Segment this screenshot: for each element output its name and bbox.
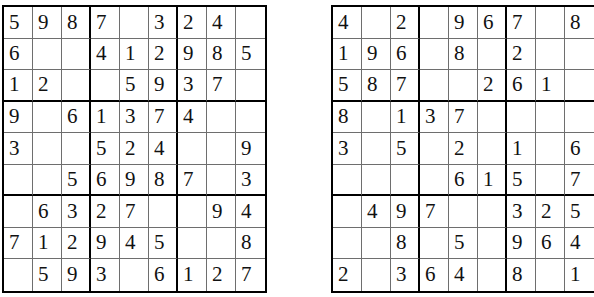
cell-r3c9[interactable] xyxy=(565,70,594,102)
cell-r3c7[interactable]: 6 xyxy=(507,70,536,102)
cell-r6c9[interactable]: 3 xyxy=(236,165,265,197)
cell-r8c4[interactable] xyxy=(420,228,449,260)
cell-r8c2[interactable] xyxy=(362,228,391,260)
cell-r6c2[interactable] xyxy=(362,165,391,197)
cell-r6c3[interactable]: 5 xyxy=(62,165,91,197)
cell-r6c3[interactable] xyxy=(391,165,420,197)
cell-r3c1[interactable]: 5 xyxy=(333,70,362,102)
cell-r2c7[interactable]: 2 xyxy=(507,39,536,71)
cell-r5c3[interactable] xyxy=(62,133,91,165)
cell-r7c7[interactable]: 3 xyxy=(507,196,536,228)
cell-r9c6[interactable]: 6 xyxy=(149,259,178,291)
cell-r9c2[interactable] xyxy=(362,259,391,291)
cell-r3c9[interactable] xyxy=(236,70,265,102)
cell-r9c6[interactable] xyxy=(478,259,507,291)
cell-r7c1[interactable] xyxy=(333,196,362,228)
cell-r5c2[interactable] xyxy=(362,133,391,165)
cell-r8c2[interactable]: 1 xyxy=(33,228,62,260)
cell-r4c3[interactable]: 6 xyxy=(62,102,91,134)
cell-r4c3[interactable]: 1 xyxy=(391,102,420,134)
cell-r5c1[interactable]: 3 xyxy=(333,133,362,165)
cell-r3c2[interactable]: 2 xyxy=(33,70,62,102)
cell-r1c2[interactable] xyxy=(362,7,391,39)
cell-r5c2[interactable] xyxy=(33,133,62,165)
cell-r2c4[interactable]: 4 xyxy=(91,39,120,71)
cell-r5c7[interactable] xyxy=(178,133,207,165)
cell-r4c2[interactable] xyxy=(33,102,62,134)
cell-r7c4[interactable]: 2 xyxy=(91,196,120,228)
cell-r9c4[interactable]: 3 xyxy=(91,259,120,291)
cell-r8c9[interactable]: 4 xyxy=(565,228,594,260)
boards-container: 5987324641298512593796137435249569873632… xyxy=(2,5,594,293)
cell-r8c1[interactable]: 7 xyxy=(4,228,33,260)
cell-r4c8[interactable] xyxy=(536,102,565,134)
cell-r8c7[interactable] xyxy=(178,228,207,260)
cell-r9c3[interactable]: 3 xyxy=(391,259,420,291)
cell-r1c8[interactable] xyxy=(536,7,565,39)
cell-r1c6[interactable]: 6 xyxy=(478,7,507,39)
cell-r8c6[interactable] xyxy=(478,228,507,260)
cell-r5c5[interactable]: 2 xyxy=(449,133,478,165)
cell-r9c2[interactable]: 5 xyxy=(33,259,62,291)
cell-r4c9[interactable] xyxy=(236,102,265,134)
cell-r3c3[interactable]: 7 xyxy=(391,70,420,102)
cell-r9c1[interactable]: 2 xyxy=(333,259,362,291)
cell-r8c7[interactable]: 9 xyxy=(507,228,536,260)
cell-r5c8[interactable] xyxy=(536,133,565,165)
cell-r3c7[interactable]: 3 xyxy=(178,70,207,102)
cell-r4c5[interactable]: 7 xyxy=(449,102,478,134)
cell-r6c1[interactable] xyxy=(4,165,33,197)
sudoku-board-right: 4296781968258726181373521661574973258596… xyxy=(331,5,594,293)
cell-r2c2[interactable]: 9 xyxy=(362,39,391,71)
cell-r1c4[interactable]: 7 xyxy=(91,7,120,39)
cell-r2c4[interactable] xyxy=(420,39,449,71)
cell-r9c5[interactable] xyxy=(120,259,149,291)
cell-r7c7[interactable] xyxy=(178,196,207,228)
cell-r5c6[interactable] xyxy=(478,133,507,165)
cell-r8c9[interactable]: 8 xyxy=(236,228,265,260)
cell-r1c4[interactable] xyxy=(420,7,449,39)
cell-r2c6[interactable] xyxy=(478,39,507,71)
cell-r2c3[interactable]: 6 xyxy=(391,39,420,71)
cell-r4c1[interactable]: 9 xyxy=(4,102,33,134)
cell-r4c6[interactable]: 7 xyxy=(149,102,178,134)
cell-r7c8[interactable]: 9 xyxy=(207,196,236,228)
cell-r7c3[interactable]: 3 xyxy=(62,196,91,228)
cell-r6c4[interactable]: 6 xyxy=(91,165,120,197)
cell-r1c7[interactable]: 2 xyxy=(178,7,207,39)
cell-r7c9[interactable]: 5 xyxy=(565,196,594,228)
cell-r8c4[interactable]: 9 xyxy=(91,228,120,260)
cell-r6c5[interactable]: 6 xyxy=(449,165,478,197)
cell-r2c5[interactable]: 1 xyxy=(120,39,149,71)
cell-r7c3[interactable]: 9 xyxy=(391,196,420,228)
cell-r6c7[interactable]: 5 xyxy=(507,165,536,197)
cell-r5c4[interactable]: 5 xyxy=(91,133,120,165)
cell-r8c3[interactable]: 8 xyxy=(391,228,420,260)
cell-r9c1[interactable] xyxy=(4,259,33,291)
cell-r4c4[interactable]: 3 xyxy=(420,102,449,134)
cell-r7c5[interactable] xyxy=(449,196,478,228)
cell-r3c5[interactable] xyxy=(449,70,478,102)
cell-r7c2[interactable]: 6 xyxy=(33,196,62,228)
cell-r3c6[interactable]: 9 xyxy=(149,70,178,102)
cell-r1c5[interactable]: 9 xyxy=(449,7,478,39)
cell-r1c8[interactable]: 4 xyxy=(207,7,236,39)
cell-r1c3[interactable]: 8 xyxy=(62,7,91,39)
cell-r6c5[interactable]: 9 xyxy=(120,165,149,197)
cell-r9c8[interactable] xyxy=(536,259,565,291)
cell-r2c9[interactable] xyxy=(565,39,594,71)
cell-r5c8[interactable] xyxy=(207,133,236,165)
cell-r1c3[interactable]: 2 xyxy=(391,7,420,39)
cell-r1c9[interactable]: 8 xyxy=(565,7,594,39)
cell-r1c1[interactable]: 5 xyxy=(4,7,33,39)
cell-r3c3[interactable] xyxy=(62,70,91,102)
cell-r7c8[interactable]: 2 xyxy=(536,196,565,228)
cell-r3c4[interactable] xyxy=(91,70,120,102)
cell-r4c7[interactable]: 4 xyxy=(178,102,207,134)
cell-r8c8[interactable] xyxy=(207,228,236,260)
cell-r4c8[interactable] xyxy=(207,102,236,134)
cell-r7c9[interactable]: 4 xyxy=(236,196,265,228)
cell-r8c5[interactable]: 5 xyxy=(449,228,478,260)
cell-r1c6[interactable]: 3 xyxy=(149,7,178,39)
cell-r6c1[interactable] xyxy=(333,165,362,197)
cell-r2c2[interactable] xyxy=(33,39,62,71)
cell-r2c8[interactable]: 8 xyxy=(207,39,236,71)
cell-r4c9[interactable] xyxy=(565,102,594,134)
cell-r3c1[interactable]: 1 xyxy=(4,70,33,102)
cell-r4c5[interactable]: 3 xyxy=(120,102,149,134)
cell-r5c4[interactable] xyxy=(420,133,449,165)
cell-r4c1[interactable]: 8 xyxy=(333,102,362,134)
cell-r5c6[interactable]: 4 xyxy=(149,133,178,165)
cell-r8c1[interactable] xyxy=(333,228,362,260)
cell-r4c2[interactable] xyxy=(362,102,391,134)
cell-r5c5[interactable]: 2 xyxy=(120,133,149,165)
cell-r2c3[interactable] xyxy=(62,39,91,71)
cell-r6c8[interactable] xyxy=(536,165,565,197)
cell-r4c7[interactable] xyxy=(507,102,536,134)
cell-r9c8[interactable]: 2 xyxy=(207,259,236,291)
cell-r2c1[interactable]: 6 xyxy=(4,39,33,71)
cell-r8c8[interactable]: 6 xyxy=(536,228,565,260)
cell-r3c6[interactable]: 2 xyxy=(478,70,507,102)
cell-r7c4[interactable]: 7 xyxy=(420,196,449,228)
cell-r6c8[interactable] xyxy=(207,165,236,197)
sudoku-board-left: 5987324641298512593796137435249569873632… xyxy=(2,5,267,293)
cell-r6c6[interactable]: 8 xyxy=(149,165,178,197)
sudoku-page: 5987324641298512593796137435249569873632… xyxy=(0,0,594,297)
cell-r2c7[interactable]: 9 xyxy=(178,39,207,71)
cell-r2c1[interactable]: 1 xyxy=(333,39,362,71)
cell-r3c8[interactable]: 7 xyxy=(207,70,236,102)
cell-r2c5[interactable]: 8 xyxy=(449,39,478,71)
cell-r2c6[interactable]: 2 xyxy=(149,39,178,71)
cell-r3c8[interactable]: 1 xyxy=(536,70,565,102)
cell-r3c4[interactable] xyxy=(420,70,449,102)
cell-r3c5[interactable]: 5 xyxy=(120,70,149,102)
cell-r9c7[interactable]: 1 xyxy=(178,259,207,291)
cell-r7c5[interactable]: 7 xyxy=(120,196,149,228)
cell-r9c9[interactable]: 1 xyxy=(565,259,594,291)
cell-r1c2[interactable]: 9 xyxy=(33,7,62,39)
cell-r7c6[interactable] xyxy=(478,196,507,228)
cell-r3c2[interactable]: 8 xyxy=(362,70,391,102)
cell-r7c1[interactable] xyxy=(4,196,33,228)
cell-r4c4[interactable]: 1 xyxy=(91,102,120,134)
cell-r5c3[interactable]: 5 xyxy=(391,133,420,165)
cell-r6c6[interactable]: 1 xyxy=(478,165,507,197)
cell-r8c3[interactable]: 2 xyxy=(62,228,91,260)
cell-r5c1[interactable]: 3 xyxy=(4,133,33,165)
cell-r8c5[interactable]: 4 xyxy=(120,228,149,260)
cell-r6c4[interactable] xyxy=(420,165,449,197)
cell-r5c7[interactable]: 1 xyxy=(507,133,536,165)
cell-r1c7[interactable]: 7 xyxy=(507,7,536,39)
cell-r6c2[interactable] xyxy=(33,165,62,197)
cell-r2c8[interactable] xyxy=(536,39,565,71)
cell-r9c5[interactable]: 4 xyxy=(449,259,478,291)
cell-r6c9[interactable]: 7 xyxy=(565,165,594,197)
cell-r7c2[interactable]: 4 xyxy=(362,196,391,228)
cell-r5c9[interactable]: 9 xyxy=(236,133,265,165)
cell-r9c3[interactable]: 9 xyxy=(62,259,91,291)
cell-r2c9[interactable]: 5 xyxy=(236,39,265,71)
cell-r9c4[interactable]: 6 xyxy=(420,259,449,291)
cell-r6c7[interactable]: 7 xyxy=(178,165,207,197)
cell-r1c1[interactable]: 4 xyxy=(333,7,362,39)
cell-r9c7[interactable]: 8 xyxy=(507,259,536,291)
cell-r1c9[interactable] xyxy=(236,7,265,39)
cell-r4c6[interactable] xyxy=(478,102,507,134)
cell-r7c6[interactable] xyxy=(149,196,178,228)
cell-r1c5[interactable] xyxy=(120,7,149,39)
cell-r9c9[interactable]: 7 xyxy=(236,259,265,291)
cell-r8c6[interactable]: 5 xyxy=(149,228,178,260)
cell-r5c9[interactable]: 6 xyxy=(565,133,594,165)
